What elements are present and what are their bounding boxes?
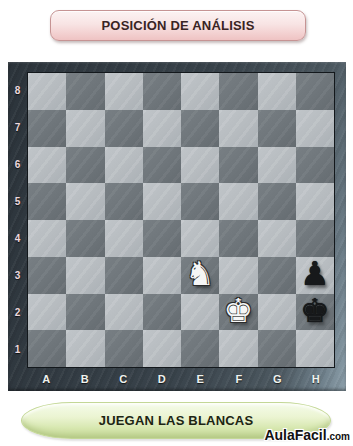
- rank-labels: 87654321: [8, 72, 27, 368]
- square-a5[interactable]: [28, 183, 66, 220]
- square-a6[interactable]: [28, 147, 66, 184]
- rank-label-6: 6: [8, 146, 27, 183]
- white-knight-e3[interactable]: ♞: [185, 257, 215, 290]
- white-king-f2[interactable]: ♚: [224, 294, 254, 327]
- square-b1[interactable]: [66, 330, 104, 367]
- square-g6[interactable]: [258, 147, 296, 184]
- file-label-g: G: [258, 368, 297, 389]
- square-h3[interactable]: ♟: [296, 257, 334, 294]
- file-label-a: A: [27, 368, 66, 389]
- square-e4[interactable]: [181, 220, 219, 257]
- square-c1[interactable]: [105, 330, 143, 367]
- square-d3[interactable]: [143, 257, 181, 294]
- square-d1[interactable]: [143, 330, 181, 367]
- square-f6[interactable]: [219, 147, 257, 184]
- square-h7[interactable]: [296, 110, 334, 147]
- square-e2[interactable]: [181, 294, 219, 331]
- square-f5[interactable]: [219, 183, 257, 220]
- square-b4[interactable]: [66, 220, 104, 257]
- square-f3[interactable]: [219, 257, 257, 294]
- square-c4[interactable]: [105, 220, 143, 257]
- square-h2[interactable]: ♚: [296, 294, 334, 331]
- square-a7[interactable]: [28, 110, 66, 147]
- square-b5[interactable]: [66, 183, 104, 220]
- square-e5[interactable]: [181, 183, 219, 220]
- square-c5[interactable]: [105, 183, 143, 220]
- square-g3[interactable]: [258, 257, 296, 294]
- page-title: POSICIÓN DE ANÁLISIS: [101, 18, 254, 33]
- square-h6[interactable]: [296, 147, 334, 184]
- square-h1[interactable]: [296, 330, 334, 367]
- file-label-d: D: [143, 368, 182, 389]
- black-pawn-h3[interactable]: ♟: [300, 257, 330, 290]
- square-g1[interactable]: [258, 330, 296, 367]
- chess-board-frame: 87654321 ♞♟♚♚ ABCDEFGH: [8, 62, 346, 391]
- square-c7[interactable]: [105, 110, 143, 147]
- square-f2[interactable]: ♚: [219, 294, 257, 331]
- file-label-e: E: [181, 368, 220, 389]
- square-d4[interactable]: [143, 220, 181, 257]
- file-label-h: H: [297, 368, 336, 389]
- square-g4[interactable]: [258, 220, 296, 257]
- rank-label-7: 7: [8, 109, 27, 146]
- file-labels: ABCDEFGH: [27, 368, 335, 389]
- square-b7[interactable]: [66, 110, 104, 147]
- square-g2[interactable]: [258, 294, 296, 331]
- square-e6[interactable]: [181, 147, 219, 184]
- turn-indicator-label: JUEGAN LAS BLANCAS: [99, 413, 254, 428]
- square-a2[interactable]: [28, 294, 66, 331]
- square-d5[interactable]: [143, 183, 181, 220]
- square-b8[interactable]: [66, 73, 104, 110]
- aulafacil-logo: AulaFacil.com: [264, 426, 350, 444]
- rank-label-5: 5: [8, 183, 27, 220]
- square-b2[interactable]: [66, 294, 104, 331]
- rank-label-2: 2: [8, 294, 27, 331]
- square-a3[interactable]: [28, 257, 66, 294]
- file-label-f: F: [220, 368, 259, 389]
- square-e1[interactable]: [181, 330, 219, 367]
- black-king-h2[interactable]: ♚: [300, 294, 330, 327]
- analysis-diagram: POSICIÓN DE ANÁLISIS 87654321 ♞♟♚♚ ABCDE…: [0, 0, 353, 446]
- square-b6[interactable]: [66, 147, 104, 184]
- rank-label-8: 8: [8, 72, 27, 109]
- file-label-b: B: [66, 368, 105, 389]
- square-a8[interactable]: [28, 73, 66, 110]
- square-h8[interactable]: [296, 73, 334, 110]
- square-f1[interactable]: [219, 330, 257, 367]
- analysis-title-banner: POSICIÓN DE ANÁLISIS: [50, 10, 306, 41]
- square-d2[interactable]: [143, 294, 181, 331]
- aulafacil-site-name: AulaFacil: [264, 427, 326, 443]
- rank-label-4: 4: [8, 220, 27, 257]
- square-g5[interactable]: [258, 183, 296, 220]
- aulafacil-tld: .com: [327, 431, 350, 442]
- square-d6[interactable]: [143, 147, 181, 184]
- square-g8[interactable]: [258, 73, 296, 110]
- file-label-c: C: [104, 368, 143, 389]
- square-h5[interactable]: [296, 183, 334, 220]
- square-f7[interactable]: [219, 110, 257, 147]
- rank-label-3: 3: [8, 257, 27, 294]
- square-c3[interactable]: [105, 257, 143, 294]
- square-c6[interactable]: [105, 147, 143, 184]
- square-b3[interactable]: [66, 257, 104, 294]
- rank-label-1: 1: [8, 331, 27, 368]
- chess-board: ♞♟♚♚: [27, 72, 335, 368]
- square-c8[interactable]: [105, 73, 143, 110]
- square-f8[interactable]: [219, 73, 257, 110]
- square-c2[interactable]: [105, 294, 143, 331]
- square-e3[interactable]: ♞: [181, 257, 219, 294]
- square-e8[interactable]: [181, 73, 219, 110]
- square-d7[interactable]: [143, 110, 181, 147]
- square-e7[interactable]: [181, 110, 219, 147]
- square-f4[interactable]: [219, 220, 257, 257]
- square-a4[interactable]: [28, 220, 66, 257]
- square-d8[interactable]: [143, 73, 181, 110]
- square-a1[interactable]: [28, 330, 66, 367]
- square-g7[interactable]: [258, 110, 296, 147]
- square-h4[interactable]: [296, 220, 334, 257]
